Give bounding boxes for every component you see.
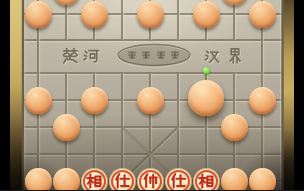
face-down-piece-selected[interactable] [188, 80, 224, 116]
face-down-piece[interactable] [81, 1, 108, 28]
red-advisor-piece[interactable] [109, 168, 136, 191]
face-down-piece[interactable] [249, 168, 276, 191]
piece-ring [111, 170, 134, 191]
face-down-piece[interactable] [25, 1, 52, 28]
face-down-piece[interactable] [137, 87, 164, 114]
face-down-piece[interactable] [221, 114, 248, 141]
face-down-piece[interactable] [81, 87, 108, 114]
river-center-seal [118, 44, 190, 66]
river-label-right [199, 45, 251, 67]
piece-ring [83, 170, 106, 191]
face-down-piece[interactable] [193, 1, 220, 28]
piece-ring [139, 170, 162, 191]
face-down-piece[interactable] [221, 168, 248, 191]
letterbox-left [0, 0, 10, 190]
face-down-piece[interactable] [137, 1, 164, 28]
face-down-piece[interactable] [25, 87, 52, 114]
red-elephant-piece[interactable] [81, 168, 108, 191]
piece-ring [167, 170, 190, 191]
face-down-piece[interactable] [53, 114, 80, 141]
river-label-left [56, 45, 106, 67]
red-advisor-piece[interactable] [165, 168, 192, 191]
face-down-piece[interactable] [249, 87, 276, 114]
face-down-piece[interactable] [53, 168, 80, 191]
piece-ring [195, 170, 218, 191]
letterbox-right [294, 0, 304, 190]
board-scene [0, 0, 304, 190]
red-elephant-piece[interactable] [193, 168, 220, 191]
red-general-piece[interactable] [137, 168, 164, 191]
selection-marker-icon [203, 67, 210, 74]
video-frame [0, 0, 304, 190]
face-down-piece[interactable] [25, 168, 52, 191]
board-right-edge [282, 0, 294, 190]
board-left-edge [10, 0, 24, 190]
face-down-piece[interactable] [249, 1, 276, 28]
